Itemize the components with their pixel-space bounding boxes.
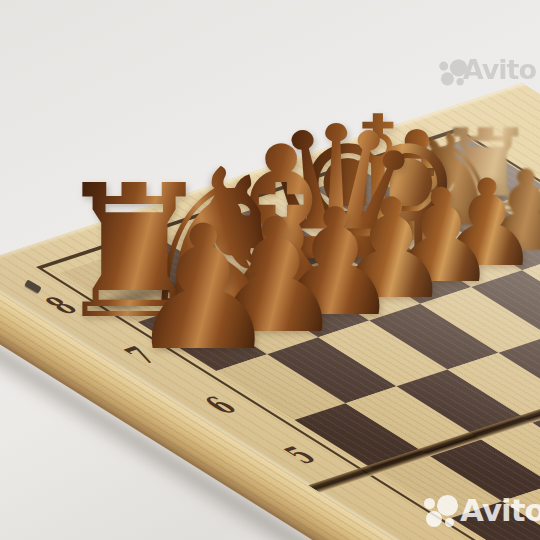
piece-pawn-a7: ♟ xyxy=(126,203,280,375)
photo-canvas: 8 7 6 5 ♜♞♟♝♟♚♟♛♟♝♟♞♜♟♟♟ Avito Avito xyxy=(0,0,540,540)
pieces-layer: ♜♞♟♝♟♚♟♛♟♝♟♞♜♟♟♟ xyxy=(0,0,540,540)
